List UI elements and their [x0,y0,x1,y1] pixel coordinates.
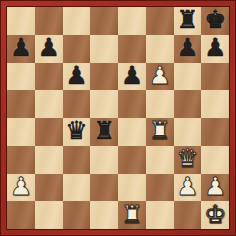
square-e4[interactable] [118,118,146,146]
square-f4[interactable]: ♜ [146,118,174,146]
square-d8[interactable] [90,7,118,35]
piece-black-pawn[interactable]: ♟ [65,63,87,88]
piece-black-rook[interactable]: ♜ [176,7,198,32]
square-g4[interactable] [174,118,202,146]
square-a3[interactable] [7,146,35,174]
square-b6[interactable] [35,63,63,91]
piece-white-rook[interactable]: ♜ [121,202,143,227]
square-h5[interactable] [201,90,229,118]
square-d7[interactable] [90,35,118,63]
square-d6[interactable] [90,63,118,91]
square-g6[interactable] [174,63,202,91]
board-frame: ♜♚♟♟♟♟♟♟♟♛♜♜♛♟♟♟♜♚ [1,1,235,235]
square-h7[interactable]: ♟ [201,35,229,63]
square-f5[interactable] [146,90,174,118]
piece-white-pawn[interactable]: ♟ [10,174,32,199]
board-frame-inner-edge: ♜♚♟♟♟♟♟♟♟♛♜♜♛♟♟♟♜♚ [6,6,230,230]
square-h1[interactable]: ♚ [201,201,229,229]
square-a1[interactable] [7,201,35,229]
square-e2[interactable] [118,174,146,202]
square-c4[interactable]: ♛ [63,118,91,146]
square-h4[interactable] [201,118,229,146]
square-a8[interactable] [7,7,35,35]
square-b4[interactable] [35,118,63,146]
square-h6[interactable] [201,63,229,91]
square-f2[interactable] [146,174,174,202]
square-d5[interactable] [90,90,118,118]
square-e8[interactable] [118,7,146,35]
piece-white-rook[interactable]: ♜ [148,118,170,143]
square-a5[interactable] [7,90,35,118]
square-a7[interactable]: ♟ [7,35,35,63]
square-d4[interactable]: ♜ [90,118,118,146]
piece-black-pawn[interactable]: ♟ [176,35,198,60]
piece-white-pawn[interactable]: ♟ [148,63,170,88]
square-e6[interactable]: ♟ [118,63,146,91]
square-b8[interactable] [35,7,63,35]
square-c3[interactable] [63,146,91,174]
square-e3[interactable] [118,146,146,174]
square-a4[interactable] [7,118,35,146]
piece-white-pawn[interactable]: ♟ [204,174,226,199]
square-g3[interactable]: ♛ [174,146,202,174]
chess-board: ♜♚♟♟♟♟♟♟♟♛♜♜♛♟♟♟♜♚ [7,7,229,229]
square-b1[interactable] [35,201,63,229]
piece-black-pawn[interactable]: ♟ [204,35,226,60]
piece-white-pawn[interactable]: ♟ [176,174,198,199]
piece-white-king[interactable]: ♚ [204,202,226,227]
square-b5[interactable] [35,90,63,118]
square-b3[interactable] [35,146,63,174]
square-g7[interactable]: ♟ [174,35,202,63]
square-g8[interactable]: ♜ [174,7,202,35]
square-b2[interactable] [35,174,63,202]
square-d3[interactable] [90,146,118,174]
square-a6[interactable] [7,63,35,91]
square-c1[interactable] [63,201,91,229]
piece-black-rook[interactable]: ♜ [93,118,115,143]
square-f3[interactable] [146,146,174,174]
piece-black-king[interactable]: ♚ [204,7,226,32]
square-g5[interactable] [174,90,202,118]
board-frame-edge: ♜♚♟♟♟♟♟♟♟♛♜♜♛♟♟♟♜♚ [0,0,236,236]
square-e7[interactable] [118,35,146,63]
square-h8[interactable]: ♚ [201,7,229,35]
square-c8[interactable] [63,7,91,35]
square-c5[interactable] [63,90,91,118]
square-f1[interactable] [146,201,174,229]
piece-white-queen[interactable]: ♛ [176,146,198,171]
square-f6[interactable]: ♟ [146,63,174,91]
piece-black-pawn[interactable]: ♟ [121,63,143,88]
square-b7[interactable]: ♟ [35,35,63,63]
square-a2[interactable]: ♟ [7,174,35,202]
square-e1[interactable]: ♜ [118,201,146,229]
square-f7[interactable] [146,35,174,63]
square-g1[interactable] [174,201,202,229]
square-e5[interactable] [118,90,146,118]
square-c2[interactable] [63,174,91,202]
square-g2[interactable]: ♟ [174,174,202,202]
square-c7[interactable] [63,35,91,63]
square-d2[interactable] [90,174,118,202]
piece-black-pawn[interactable]: ♟ [10,35,32,60]
square-c6[interactable]: ♟ [63,63,91,91]
square-f8[interactable] [146,7,174,35]
square-h2[interactable]: ♟ [201,174,229,202]
square-h3[interactable] [201,146,229,174]
piece-black-queen[interactable]: ♛ [65,118,87,143]
piece-black-pawn[interactable]: ♟ [37,35,59,60]
square-d1[interactable] [90,201,118,229]
